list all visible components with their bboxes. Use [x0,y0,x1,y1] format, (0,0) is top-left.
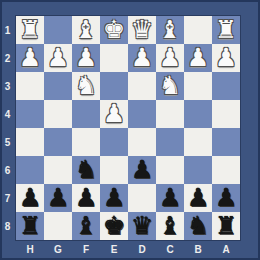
rank-label-1: 1 [0,16,15,44]
square-b8[interactable]: ♞ [184,212,212,240]
square-e7[interactable]: ♟ [100,184,128,212]
square-d1[interactable]: ♛ [128,16,156,44]
square-c6[interactable] [156,156,184,184]
square-b4[interactable] [184,100,212,128]
square-a7[interactable]: ♟ [212,184,240,212]
white-rook[interactable]: ♜ [19,16,41,44]
square-f1[interactable]: ♝ [72,16,100,44]
square-h3[interactable] [16,72,44,100]
square-a2[interactable]: ♟ [212,44,240,72]
black-knight[interactable]: ♞ [75,156,97,184]
chess-board-frame: 12345678 ♜♝♚♛♝♜♟♟♟♟♟♟♟♞♞♟♞♟♟♟♟♟♟♟♟♜♝♚♛♝♞… [0,0,260,260]
white-pawn[interactable]: ♟ [215,44,237,72]
black-king[interactable]: ♚ [103,212,125,240]
white-knight[interactable]: ♞ [75,72,97,100]
square-g2[interactable]: ♟ [44,44,72,72]
square-d6[interactable]: ♟ [128,156,156,184]
white-pawn[interactable]: ♟ [47,44,69,72]
square-c2[interactable]: ♟ [156,44,184,72]
white-pawn[interactable]: ♟ [19,44,41,72]
square-h2[interactable]: ♟ [16,44,44,72]
white-bishop[interactable]: ♝ [75,16,97,44]
square-g1[interactable] [44,16,72,44]
square-g3[interactable] [44,72,72,100]
white-king[interactable]: ♚ [103,16,125,44]
square-a3[interactable] [212,72,240,100]
square-g4[interactable] [44,100,72,128]
chess-board: ♜♝♚♛♝♜♟♟♟♟♟♟♟♞♞♟♞♟♟♟♟♟♟♟♟♜♝♚♛♝♞♜ [15,15,241,241]
square-g5[interactable] [44,128,72,156]
white-pawn[interactable]: ♟ [159,44,181,72]
black-pawn[interactable]: ♟ [103,184,125,212]
square-d8[interactable]: ♛ [128,212,156,240]
rank-label-4: 4 [0,100,15,128]
rank-label-8: 8 [0,212,15,240]
file-label-c: C [156,241,184,258]
black-pawn[interactable]: ♟ [19,184,41,212]
rank-label-5: 5 [0,128,15,156]
square-c8[interactable]: ♝ [156,212,184,240]
file-label-e: E [100,241,128,258]
square-g6[interactable] [44,156,72,184]
square-a5[interactable] [212,128,240,156]
square-e5[interactable] [100,128,128,156]
square-c1[interactable]: ♝ [156,16,184,44]
rank-labels: 12345678 [0,16,15,240]
square-a8[interactable]: ♜ [212,212,240,240]
rank-label-3: 3 [0,72,15,100]
square-b2[interactable]: ♟ [184,44,212,72]
square-a4[interactable] [212,100,240,128]
black-knight[interactable]: ♞ [187,212,209,240]
square-f8[interactable]: ♝ [72,212,100,240]
square-b1[interactable] [184,16,212,44]
square-d4[interactable] [128,100,156,128]
white-pawn[interactable]: ♟ [131,44,153,72]
square-f2[interactable]: ♟ [72,44,100,72]
white-bishop[interactable]: ♝ [159,16,181,44]
white-rook[interactable]: ♜ [215,16,237,44]
black-bishop[interactable]: ♝ [159,212,181,240]
square-e6[interactable] [100,156,128,184]
square-d2[interactable]: ♟ [128,44,156,72]
black-rook[interactable]: ♜ [215,212,237,240]
square-d7[interactable] [128,184,156,212]
black-queen[interactable]: ♛ [131,212,153,240]
square-g7[interactable]: ♟ [44,184,72,212]
square-d5[interactable] [128,128,156,156]
file-label-h: H [16,241,44,258]
square-c7[interactable]: ♟ [156,184,184,212]
square-a6[interactable] [212,156,240,184]
black-pawn[interactable]: ♟ [187,184,209,212]
file-label-g: G [44,241,72,258]
file-label-a: A [212,241,240,258]
square-g8[interactable] [44,212,72,240]
square-e1[interactable]: ♚ [100,16,128,44]
square-b6[interactable] [184,156,212,184]
file-label-d: D [128,241,156,258]
square-c4[interactable] [156,100,184,128]
black-rook[interactable]: ♜ [19,212,41,240]
square-b5[interactable] [184,128,212,156]
white-pawn[interactable]: ♟ [187,44,209,72]
rank-label-6: 6 [0,156,15,184]
black-pawn[interactable]: ♟ [215,184,237,212]
square-e2[interactable] [100,44,128,72]
black-pawn[interactable]: ♟ [47,184,69,212]
white-queen[interactable]: ♛ [131,16,153,44]
square-h4[interactable] [16,100,44,128]
square-f3[interactable]: ♞ [72,72,100,100]
file-labels: HGFEDCBA [16,241,240,258]
square-b3[interactable] [184,72,212,100]
black-pawn[interactable]: ♟ [159,184,181,212]
square-e4[interactable]: ♟ [100,100,128,128]
black-pawn[interactable]: ♟ [131,156,153,184]
file-label-f: F [72,241,100,258]
square-f4[interactable] [72,100,100,128]
square-d3[interactable] [128,72,156,100]
white-pawn[interactable]: ♟ [103,100,125,128]
square-c5[interactable] [156,128,184,156]
square-h1[interactable]: ♜ [16,16,44,44]
square-h6[interactable] [16,156,44,184]
square-f6[interactable]: ♞ [72,156,100,184]
square-f7[interactable]: ♟ [72,184,100,212]
square-h7[interactable]: ♟ [16,184,44,212]
square-e8[interactable]: ♚ [100,212,128,240]
square-h5[interactable] [16,128,44,156]
square-c3[interactable]: ♞ [156,72,184,100]
square-h8[interactable]: ♜ [16,212,44,240]
rank-label-2: 2 [0,44,15,72]
white-pawn[interactable]: ♟ [75,44,97,72]
white-knight[interactable]: ♞ [159,72,181,100]
rank-label-7: 7 [0,184,15,212]
square-e3[interactable] [100,72,128,100]
black-pawn[interactable]: ♟ [75,184,97,212]
square-f5[interactable] [72,128,100,156]
square-a1[interactable]: ♜ [212,16,240,44]
file-label-b: B [184,241,212,258]
square-b7[interactable]: ♟ [184,184,212,212]
black-bishop[interactable]: ♝ [75,212,97,240]
